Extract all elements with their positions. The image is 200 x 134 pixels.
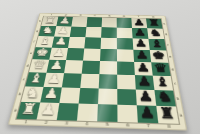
coordinate-label: b: [176, 97, 180, 101]
coordinate-label: 1: [24, 120, 28, 124]
square-c4[interactable]: [80, 74, 99, 89]
square-d6[interactable]: [117, 61, 135, 75]
board-grid: ♜♟♟♜♞♟♟♞♝♟♟♝♚♟♟♚♛♟♟♛♝♟♟♝♞♟♟♞♜♟♟♜: [17, 16, 179, 124]
coordinate-label: g: [165, 33, 168, 36]
coordinate-label: 8: [167, 125, 171, 129]
square-h5[interactable]: [102, 18, 117, 28]
coordinate-label: f: [33, 40, 35, 43]
square-b6[interactable]: [117, 89, 137, 105]
coordinate-label: d: [171, 68, 174, 71]
square-e6[interactable]: [117, 49, 134, 62]
white-knight[interactable]: ♞: [23, 86, 41, 102]
square-a4[interactable]: [77, 104, 98, 122]
coordinate-label: h: [39, 20, 42, 22]
square-f4[interactable]: [84, 37, 101, 49]
coordinate-label: c: [22, 77, 25, 80]
square-f5[interactable]: [101, 38, 117, 50]
coordinate-label: e: [30, 52, 33, 55]
square-h4[interactable]: [86, 17, 102, 27]
white-pawn[interactable]: ♟: [39, 102, 58, 119]
square-c6[interactable]: [117, 75, 136, 90]
square-a3[interactable]: [57, 103, 79, 121]
square-g5[interactable]: [101, 27, 117, 38]
coordinate-label: g: [36, 30, 39, 32]
square-b3[interactable]: [59, 87, 80, 103]
square-d4[interactable]: [82, 61, 100, 75]
board-perspective-wrapper: 12345678 12345678 hgfedcba hgfedcba ♜♟♟♜…: [8, 13, 188, 131]
coordinate-label: 6: [126, 123, 129, 127]
black-pawn[interactable]: ♟: [139, 104, 156, 122]
square-f3[interactable]: [68, 37, 85, 49]
coordinate-label: b: [18, 92, 22, 96]
coordinate-label: c: [174, 82, 177, 85]
coordinate-label: h: [163, 23, 166, 25]
square-f6[interactable]: [117, 38, 133, 50]
photo-scene: 12345678 12345678 hgfedcba hgfedcba ♜♟♟♜…: [0, 0, 200, 134]
square-g4[interactable]: [85, 27, 101, 38]
coordinate-label: 2: [44, 121, 48, 125]
square-e4[interactable]: [83, 48, 101, 61]
square-a6[interactable]: [117, 105, 138, 123]
coordinate-label: 3: [65, 121, 69, 125]
coordinate-label: a: [13, 108, 17, 112]
white-pawn[interactable]: ♟: [42, 86, 60, 102]
square-c3[interactable]: [62, 73, 82, 88]
square-e3[interactable]: [66, 48, 84, 61]
black-knight[interactable]: ♞: [156, 89, 173, 105]
square-h3[interactable]: [71, 17, 87, 27]
square-h6[interactable]: [117, 18, 132, 28]
square-g6[interactable]: [117, 28, 133, 39]
coordinate-label: 5: [106, 123, 109, 127]
square-c5[interactable]: [99, 74, 118, 89]
coordinate-label: 4: [85, 122, 88, 126]
black-rook[interactable]: ♜: [158, 105, 176, 123]
square-g3[interactable]: [70, 27, 87, 38]
square-d3[interactable]: [64, 60, 83, 74]
square-a5[interactable]: [97, 104, 117, 122]
square-e5[interactable]: [100, 49, 117, 62]
coordinate-label: a: [179, 113, 183, 117]
square-d5[interactable]: [99, 61, 117, 75]
square-a2[interactable]: ♟: [37, 102, 60, 120]
white-rook[interactable]: ♜: [19, 101, 38, 118]
coordinate-label: f: [167, 43, 169, 46]
square-a7[interactable]: ♟: [137, 105, 159, 123]
square-a8[interactable]: ♜: [156, 106, 179, 124]
coordinate-label: e: [169, 55, 172, 58]
square-b4[interactable]: [79, 88, 99, 104]
black-pawn[interactable]: ♟: [138, 89, 154, 105]
coordinate-label: 7: [147, 124, 150, 128]
square-b5[interactable]: [98, 88, 117, 104]
chess-board: 12345678 12345678 hgfedcba hgfedcba ♜♟♟♜…: [8, 13, 188, 131]
coordinate-label: d: [26, 64, 29, 67]
